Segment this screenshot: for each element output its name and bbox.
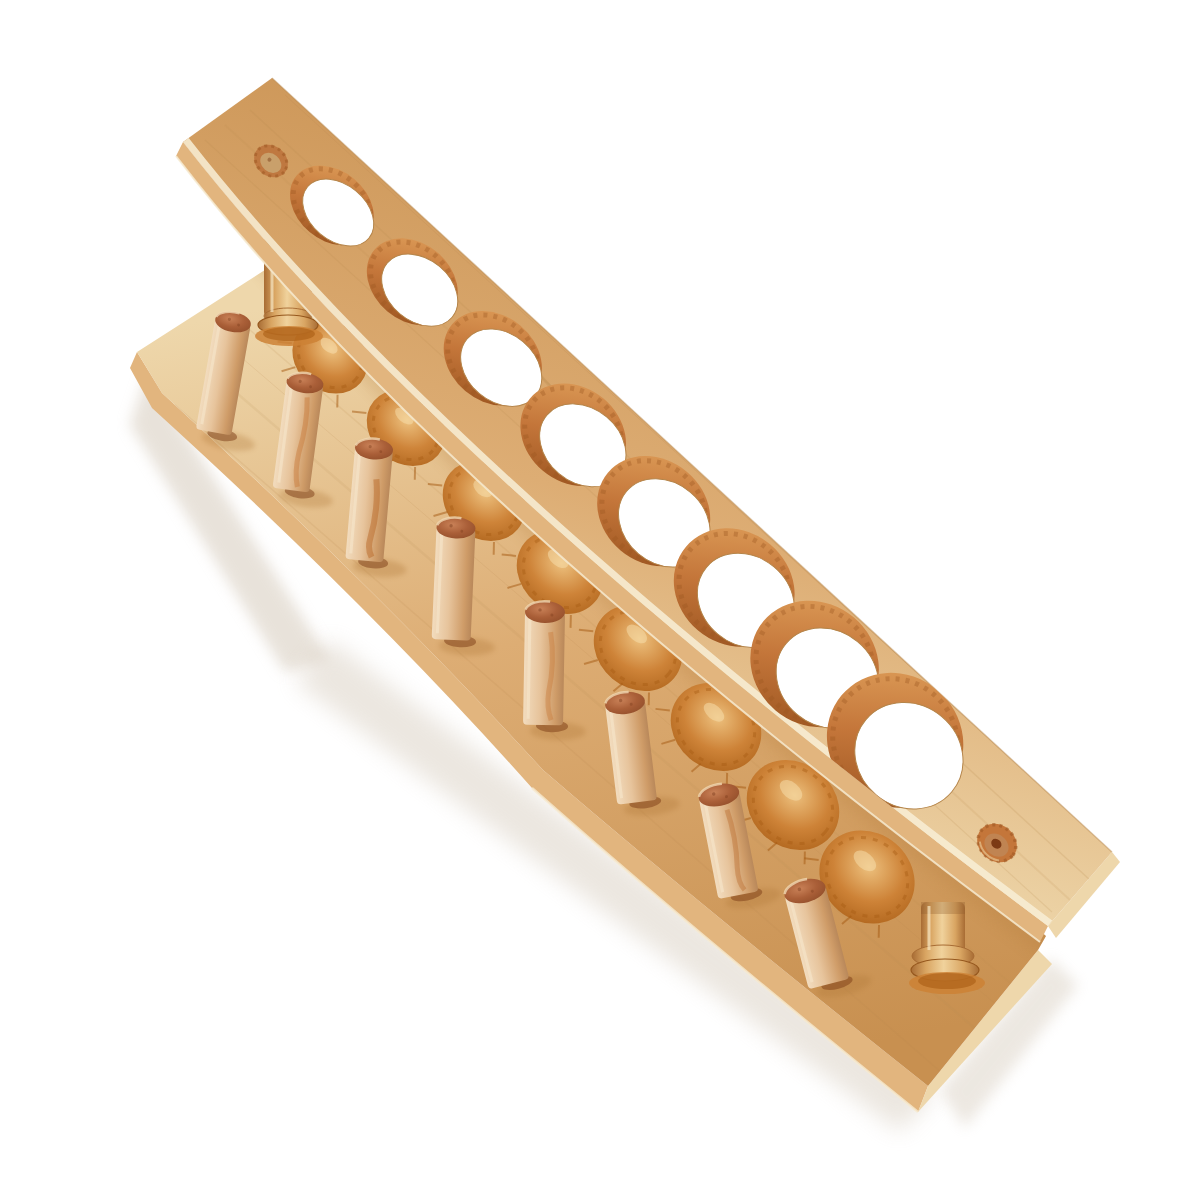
test-tube-rack-photo: Overhead studio photo of a varnished lig… (0, 0, 1200, 1200)
rack-illustration (0, 0, 1200, 1200)
